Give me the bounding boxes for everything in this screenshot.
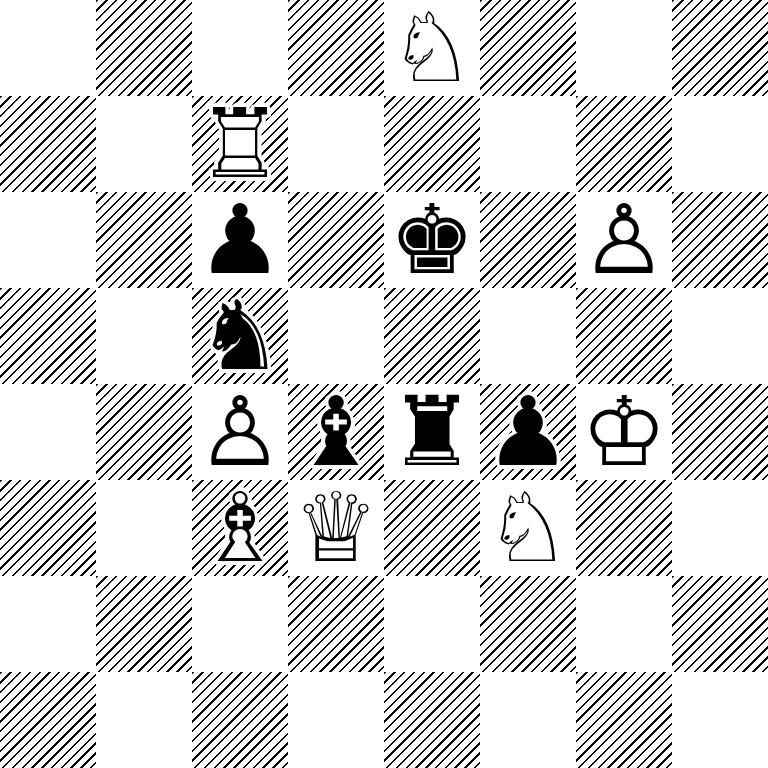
square-c1[interactable]	[192, 672, 288, 768]
square-a4[interactable]	[0, 384, 96, 480]
square-g4[interactable]: ♚♔	[576, 384, 672, 480]
piece-black-king-icon: ♚	[384, 192, 480, 288]
square-g7[interactable]	[576, 96, 672, 192]
square-b1[interactable]	[96, 672, 192, 768]
square-h3[interactable]	[672, 480, 768, 576]
square-c7[interactable]: ♜♖	[192, 96, 288, 192]
square-f8[interactable]	[480, 0, 576, 96]
square-a7[interactable]	[0, 96, 96, 192]
square-e6[interactable]: ♚	[384, 192, 480, 288]
square-a3[interactable]	[0, 480, 96, 576]
square-h1[interactable]	[672, 672, 768, 768]
square-h5[interactable]	[672, 288, 768, 384]
square-f5[interactable]	[480, 288, 576, 384]
piece-black-rook-icon: ♜	[384, 384, 480, 480]
piece-white-rook-icon: ♜♖	[192, 96, 288, 192]
square-e3[interactable]	[384, 480, 480, 576]
square-b3[interactable]	[96, 480, 192, 576]
square-e8[interactable]: ♞♘	[384, 0, 480, 96]
piece-black-pawn-icon: ♟	[192, 192, 288, 288]
square-g3[interactable]	[576, 480, 672, 576]
square-e5[interactable]	[384, 288, 480, 384]
square-d2[interactable]	[288, 576, 384, 672]
square-b2[interactable]	[96, 576, 192, 672]
square-h2[interactable]	[672, 576, 768, 672]
piece-white-pawn-icon: ♟♙	[192, 384, 288, 480]
square-e2[interactable]	[384, 576, 480, 672]
square-a6[interactable]	[0, 192, 96, 288]
piece-white-queen-icon: ♛♕	[288, 480, 384, 576]
piece-white-knight-icon: ♞♘	[384, 0, 480, 96]
square-a5[interactable]	[0, 288, 96, 384]
piece-white-knight-icon: ♞♘	[480, 480, 576, 576]
piece-black-bishop-icon: ♝	[288, 384, 384, 480]
square-f3[interactable]: ♞♘	[480, 480, 576, 576]
square-a8[interactable]	[0, 0, 96, 96]
square-a2[interactable]	[0, 576, 96, 672]
chess-diagram: ♞♘♜♖♟♚♟♙♞♟♙♝♜♟♚♔♝♗♛♕♞♘	[0, 0, 768, 768]
square-d1[interactable]	[288, 672, 384, 768]
square-f1[interactable]	[480, 672, 576, 768]
square-b6[interactable]	[96, 192, 192, 288]
chess-board: ♞♘♜♖♟♚♟♙♞♟♙♝♜♟♚♔♝♗♛♕♞♘	[0, 0, 768, 768]
piece-black-pawn-icon: ♟	[480, 384, 576, 480]
square-c3[interactable]: ♝♗	[192, 480, 288, 576]
square-d5[interactable]	[288, 288, 384, 384]
square-b5[interactable]	[96, 288, 192, 384]
square-e1[interactable]	[384, 672, 480, 768]
square-h6[interactable]	[672, 192, 768, 288]
square-f6[interactable]	[480, 192, 576, 288]
square-e7[interactable]	[384, 96, 480, 192]
square-b8[interactable]	[96, 0, 192, 96]
square-h8[interactable]	[672, 0, 768, 96]
piece-white-king-icon: ♚♔	[576, 384, 672, 480]
square-g6[interactable]: ♟♙	[576, 192, 672, 288]
square-d3[interactable]: ♛♕	[288, 480, 384, 576]
square-d8[interactable]	[288, 0, 384, 96]
square-h4[interactable]	[672, 384, 768, 480]
square-g8[interactable]	[576, 0, 672, 96]
square-d7[interactable]	[288, 96, 384, 192]
square-b7[interactable]	[96, 96, 192, 192]
square-c6[interactable]: ♟	[192, 192, 288, 288]
square-f7[interactable]	[480, 96, 576, 192]
square-d6[interactable]	[288, 192, 384, 288]
square-g2[interactable]	[576, 576, 672, 672]
square-d4[interactable]: ♝	[288, 384, 384, 480]
square-f4[interactable]: ♟	[480, 384, 576, 480]
square-e4[interactable]: ♜	[384, 384, 480, 480]
piece-white-pawn-icon: ♟♙	[576, 192, 672, 288]
square-c8[interactable]	[192, 0, 288, 96]
piece-black-knight-icon: ♞	[192, 288, 288, 384]
square-f2[interactable]	[480, 576, 576, 672]
square-c5[interactable]: ♞	[192, 288, 288, 384]
square-g5[interactable]	[576, 288, 672, 384]
square-h7[interactable]	[672, 96, 768, 192]
square-b4[interactable]	[96, 384, 192, 480]
square-c2[interactable]	[192, 576, 288, 672]
square-g1[interactable]	[576, 672, 672, 768]
square-a1[interactable]	[0, 672, 96, 768]
square-c4[interactable]: ♟♙	[192, 384, 288, 480]
piece-white-bishop-icon: ♝♗	[192, 480, 288, 576]
